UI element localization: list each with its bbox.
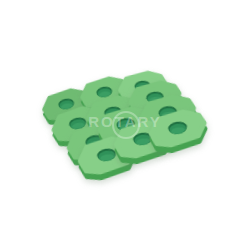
foam-pad — [142, 106, 212, 157]
product-photo: ROTARY — [0, 0, 250, 250]
